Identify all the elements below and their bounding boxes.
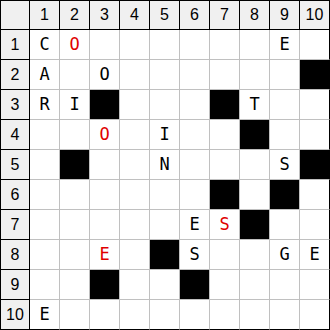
grid-cell-r1c6[interactable] — [180, 30, 210, 60]
grid-cell-r8c6[interactable]: S — [180, 240, 210, 270]
grid-cell-r6c2[interactable] — [60, 180, 90, 210]
corner-cell — [0, 0, 30, 30]
row-header-7: 7 — [0, 210, 30, 240]
grid-cell-r2c1[interactable]: A — [30, 60, 60, 90]
grid-cell-r3c8[interactable]: T — [240, 90, 270, 120]
col-header-4: 4 — [120, 0, 150, 30]
grid-cell-r10c2[interactable] — [60, 300, 90, 330]
row-header-5: 5 — [0, 150, 30, 180]
col-header-10: 10 — [300, 0, 330, 30]
grid-cell-r7c9[interactable] — [270, 210, 300, 240]
grid-cell-r3c1[interactable]: R — [30, 90, 60, 120]
row-header-8: 8 — [0, 240, 30, 270]
grid-cell-r4c3[interactable]: O — [90, 120, 120, 150]
col-header-1: 1 — [30, 0, 60, 30]
grid-cell-r8c8[interactable] — [240, 240, 270, 270]
grid-cell-r5c5[interactable]: N — [150, 150, 180, 180]
grid-cell-r6c5[interactable] — [150, 180, 180, 210]
grid-cell-r7c4[interactable] — [120, 210, 150, 240]
block-cell-r8c5 — [150, 240, 180, 270]
grid-cell-r5c1[interactable] — [30, 150, 60, 180]
grid-cell-r7c5[interactable] — [150, 210, 180, 240]
grid-cell-r6c10[interactable] — [300, 180, 330, 210]
grid-cell-r5c9[interactable]: S — [270, 150, 300, 180]
block-cell-r9c3 — [90, 270, 120, 300]
col-header-7: 7 — [210, 0, 240, 30]
grid-cell-r10c5[interactable] — [150, 300, 180, 330]
grid-cell-r3c2[interactable]: I — [60, 90, 90, 120]
row-header-2: 2 — [0, 60, 30, 90]
block-cell-r6c7 — [210, 180, 240, 210]
grid-cell-r4c5[interactable]: I — [150, 120, 180, 150]
block-cell-r5c2 — [60, 150, 90, 180]
row-header-4: 4 — [0, 120, 30, 150]
block-cell-r4c8 — [240, 120, 270, 150]
grid-cell-r3c4[interactable] — [120, 90, 150, 120]
grid-cell-r6c6[interactable] — [180, 180, 210, 210]
grid-cell-r7c6[interactable]: E — [180, 210, 210, 240]
grid-cell-r9c7[interactable] — [210, 270, 240, 300]
grid-cell-r4c6[interactable] — [180, 120, 210, 150]
grid-cell-r2c3[interactable]: O — [90, 60, 120, 90]
block-cell-r3c7 — [210, 90, 240, 120]
grid-cell-r5c3[interactable] — [90, 150, 120, 180]
grid-cell-r5c4[interactable] — [120, 150, 150, 180]
grid-cell-r2c5[interactable] — [150, 60, 180, 90]
grid-cell-r1c7[interactable] — [210, 30, 240, 60]
grid-cell-r10c6[interactable] — [180, 300, 210, 330]
row-header-9: 9 — [0, 270, 30, 300]
block-cell-r9c6 — [180, 270, 210, 300]
grid-cell-r1c8[interactable] — [240, 30, 270, 60]
grid-cell-r6c1[interactable] — [30, 180, 60, 210]
row-header-10: 10 — [0, 300, 30, 330]
block-cell-r2c10 — [300, 60, 330, 90]
grid-cell-r1c3[interactable] — [90, 30, 120, 60]
grid-cell-r9c4[interactable] — [120, 270, 150, 300]
grid-cell-r6c8[interactable] — [240, 180, 270, 210]
grid-cell-r7c2[interactable] — [60, 210, 90, 240]
grid-cell-r8c1[interactable] — [30, 240, 60, 270]
grid-cell-r9c8[interactable] — [240, 270, 270, 300]
grid-cell-r9c2[interactable] — [60, 270, 90, 300]
grid-cell-r8c3[interactable]: E — [90, 240, 120, 270]
grid-cell-r1c2[interactable]: O — [60, 30, 90, 60]
grid-cell-r7c10[interactable] — [300, 210, 330, 240]
block-cell-r7c8 — [240, 210, 270, 240]
block-cell-r6c9 — [270, 180, 300, 210]
crossword-board: 123456789101COE2AO3RIT4OI5NS67ES8ESGE910… — [0, 0, 330, 330]
grid-cell-r4c2[interactable] — [60, 120, 90, 150]
grid-cell-r1c4[interactable] — [120, 30, 150, 60]
grid-cell-r4c1[interactable] — [30, 120, 60, 150]
grid-cell-r10c8[interactable] — [240, 300, 270, 330]
col-header-2: 2 — [60, 0, 90, 30]
grid-cell-r1c10[interactable] — [300, 30, 330, 60]
grid-cell-r4c7[interactable] — [210, 120, 240, 150]
grid-cell-r7c7[interactable]: S — [210, 210, 240, 240]
grid-cell-r4c4[interactable] — [120, 120, 150, 150]
grid-cell-r5c6[interactable] — [180, 150, 210, 180]
grid-cell-r6c3[interactable] — [90, 180, 120, 210]
grid-cell-r9c9[interactable] — [270, 270, 300, 300]
row-header-1: 1 — [0, 30, 30, 60]
grid-cell-r4c10[interactable] — [300, 120, 330, 150]
grid-cell-r7c1[interactable] — [30, 210, 60, 240]
grid-cell-r1c1[interactable]: C — [30, 30, 60, 60]
grid-cell-r2c9[interactable] — [270, 60, 300, 90]
grid-cell-r6c4[interactable] — [120, 180, 150, 210]
grid-cell-r10c1[interactable]: E — [30, 300, 60, 330]
grid-cell-r5c7[interactable] — [210, 150, 240, 180]
grid-cell-r5c8[interactable] — [240, 150, 270, 180]
col-header-5: 5 — [150, 0, 180, 30]
grid-cell-r9c5[interactable] — [150, 270, 180, 300]
grid-cell-r2c8[interactable] — [240, 60, 270, 90]
col-header-8: 8 — [240, 0, 270, 30]
col-header-6: 6 — [180, 0, 210, 30]
grid-cell-r4c9[interactable] — [270, 120, 300, 150]
grid-cell-r8c9[interactable]: G — [270, 240, 300, 270]
col-header-3: 3 — [90, 0, 120, 30]
grid-cell-r10c7[interactable] — [210, 300, 240, 330]
grid-cell-r8c10[interactable]: E — [300, 240, 330, 270]
block-cell-r5c10 — [300, 150, 330, 180]
grid-cell-r9c10[interactable] — [300, 270, 330, 300]
grid-cell-r10c10[interactable] — [300, 300, 330, 330]
grid-cell-r2c2[interactable] — [60, 60, 90, 90]
col-header-9: 9 — [270, 0, 300, 30]
grid-cell-r1c5[interactable] — [150, 30, 180, 60]
grid-cell-r2c6[interactable] — [180, 60, 210, 90]
grid-cell-r9c1[interactable] — [30, 270, 60, 300]
row-header-3: 3 — [0, 90, 30, 120]
grid-cell-r10c9[interactable] — [270, 300, 300, 330]
grid-cell-r7c3[interactable] — [90, 210, 120, 240]
grid-cell-r10c4[interactable] — [120, 300, 150, 330]
block-cell-r3c3 — [90, 90, 120, 120]
grid-cell-r10c3[interactable] — [90, 300, 120, 330]
grid-cell-r2c7[interactable] — [210, 60, 240, 90]
grid-cell-r8c4[interactable] — [120, 240, 150, 270]
grid-cell-r1c9[interactable]: E — [270, 30, 300, 60]
grid-cell-r8c2[interactable] — [60, 240, 90, 270]
grid-cell-r3c5[interactable] — [150, 90, 180, 120]
grid-cell-r2c4[interactable] — [120, 60, 150, 90]
grid-cell-r3c6[interactable] — [180, 90, 210, 120]
grid-cell-r3c10[interactable] — [300, 90, 330, 120]
row-header-6: 6 — [0, 180, 30, 210]
grid-cell-r8c7[interactable] — [210, 240, 240, 270]
grid-cell-r3c9[interactable] — [270, 90, 300, 120]
